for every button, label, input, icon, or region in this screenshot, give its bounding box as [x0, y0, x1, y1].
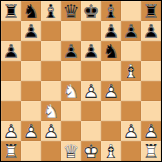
square-f8[interactable]	[101, 1, 121, 21]
square-d7[interactable]	[61, 21, 81, 41]
square-a5[interactable]	[1, 61, 21, 81]
white-pawn-icon	[21, 121, 41, 141]
square-c2[interactable]	[41, 121, 61, 141]
square-g4[interactable]	[121, 81, 141, 101]
square-e3[interactable]	[81, 101, 101, 121]
white-queen-icon	[61, 141, 81, 161]
square-c5[interactable]	[41, 61, 61, 81]
square-e2[interactable]	[81, 121, 101, 141]
square-b4[interactable]	[21, 81, 41, 101]
square-c1[interactable]	[41, 141, 61, 161]
black-bishop-icon	[101, 1, 121, 21]
square-a4[interactable]	[1, 81, 21, 101]
square-g7[interactable]	[121, 21, 141, 41]
square-f4[interactable]	[101, 81, 121, 101]
black-pawn-icon	[61, 41, 81, 61]
white-knight-icon	[41, 101, 61, 121]
black-pawn-icon	[21, 21, 41, 41]
square-h1[interactable]	[141, 141, 161, 161]
square-d1[interactable]	[61, 141, 81, 161]
square-e5[interactable]	[81, 61, 101, 81]
square-f2[interactable]	[101, 121, 121, 141]
white-rook-icon	[141, 141, 161, 161]
square-h5[interactable]	[141, 61, 161, 81]
black-knight-icon	[101, 41, 121, 61]
square-d3[interactable]	[61, 101, 81, 121]
black-knight-icon	[21, 1, 41, 21]
chess-board	[0, 0, 162, 162]
black-pawn-icon	[121, 21, 141, 41]
black-pawn-icon	[1, 41, 21, 61]
black-bishop-icon	[41, 1, 61, 21]
square-h2[interactable]	[141, 121, 161, 141]
square-a6[interactable]	[1, 41, 21, 61]
square-h8[interactable]	[141, 1, 161, 21]
white-pawn-icon	[81, 81, 101, 101]
square-a3[interactable]	[1, 101, 21, 121]
square-a2[interactable]	[1, 121, 21, 141]
square-h6[interactable]	[141, 41, 161, 61]
square-b1[interactable]	[21, 141, 41, 161]
square-f1[interactable]	[101, 141, 121, 161]
square-g3[interactable]	[121, 101, 141, 121]
square-g6[interactable]	[121, 41, 141, 61]
square-g1[interactable]	[121, 141, 141, 161]
square-g2[interactable]	[121, 121, 141, 141]
white-bishop-icon	[101, 141, 121, 161]
square-e4[interactable]	[81, 81, 101, 101]
square-b8[interactable]	[21, 1, 41, 21]
square-b2[interactable]	[21, 121, 41, 141]
black-rook-icon	[141, 1, 161, 21]
square-c4[interactable]	[41, 81, 61, 101]
black-rook-icon	[1, 1, 21, 21]
black-king-icon	[81, 1, 101, 21]
white-bishop-icon	[121, 61, 141, 81]
black-pawn-icon	[101, 21, 121, 41]
square-d8[interactable]	[61, 1, 81, 21]
square-a8[interactable]	[1, 1, 21, 21]
white-pawn-icon	[41, 121, 61, 141]
square-f6[interactable]	[101, 41, 121, 61]
square-g8[interactable]	[121, 1, 141, 21]
square-b3[interactable]	[21, 101, 41, 121]
square-h3[interactable]	[141, 101, 161, 121]
square-f5[interactable]	[101, 61, 121, 81]
white-rook-icon	[1, 141, 21, 161]
square-a7[interactable]	[1, 21, 21, 41]
square-a1[interactable]	[1, 141, 21, 161]
square-c7[interactable]	[41, 21, 61, 41]
black-pawn-icon	[141, 21, 161, 41]
square-b5[interactable]	[21, 61, 41, 81]
black-pawn-icon	[81, 41, 101, 61]
white-pawn-icon	[101, 81, 121, 101]
square-c8[interactable]	[41, 1, 61, 21]
white-pawn-icon	[1, 121, 21, 141]
white-knight-icon	[61, 81, 81, 101]
square-b6[interactable]	[21, 41, 41, 61]
square-c3[interactable]	[41, 101, 61, 121]
square-f3[interactable]	[101, 101, 121, 121]
black-queen-icon	[61, 1, 81, 21]
square-c6[interactable]	[41, 41, 61, 61]
square-h4[interactable]	[141, 81, 161, 101]
square-e7[interactable]	[81, 21, 101, 41]
square-d2[interactable]	[61, 121, 81, 141]
square-b7[interactable]	[21, 21, 41, 41]
square-d4[interactable]	[61, 81, 81, 101]
square-d6[interactable]	[61, 41, 81, 61]
white-pawn-icon	[121, 121, 141, 141]
white-king-icon	[81, 141, 101, 161]
white-pawn-icon	[141, 121, 161, 141]
square-f7[interactable]	[101, 21, 121, 41]
square-e1[interactable]	[81, 141, 101, 161]
square-d5[interactable]	[61, 61, 81, 81]
square-g5[interactable]	[121, 61, 141, 81]
square-e8[interactable]	[81, 1, 101, 21]
square-e6[interactable]	[81, 41, 101, 61]
square-h7[interactable]	[141, 21, 161, 41]
